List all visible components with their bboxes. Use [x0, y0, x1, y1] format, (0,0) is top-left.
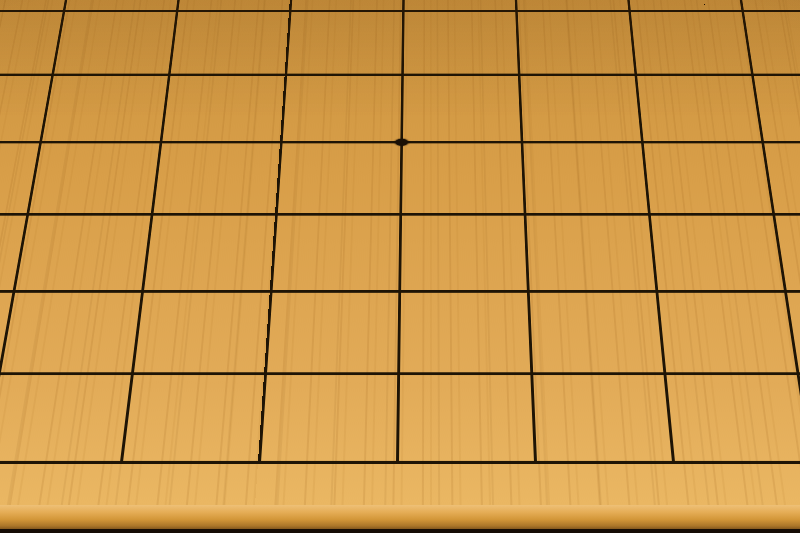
hoshi-tengen-dot [395, 139, 408, 146]
table-shadow [0, 529, 800, 533]
go-board[interactable] [0, 0, 800, 506]
board-front-edge [0, 505, 800, 531]
goban-photo-scene [0, 0, 800, 533]
board-grid-lines [0, 0, 800, 464]
